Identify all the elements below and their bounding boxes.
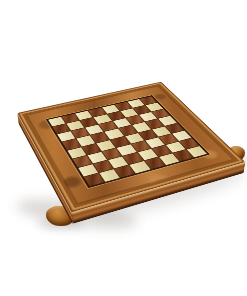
playing-field (46, 95, 210, 188)
square-c4 (97, 140, 116, 151)
square-d4 (111, 136, 130, 147)
square-h1 (187, 146, 207, 157)
square-b5 (77, 136, 95, 147)
photo-scene (0, 0, 247, 296)
board-3d-slab (17, 82, 245, 213)
square-a1 (84, 173, 104, 186)
square-e1 (144, 157, 164, 169)
board-frame (17, 82, 245, 213)
square-a2 (78, 164, 98, 176)
square-f3 (145, 137, 164, 148)
square-b3 (88, 152, 107, 164)
square-f2 (152, 145, 172, 156)
square-h2 (179, 138, 199, 149)
square-d2 (123, 153, 143, 165)
square-e3 (131, 141, 150, 152)
square-b2 (93, 160, 113, 172)
chess-board (0, 0, 247, 296)
square-d3 (117, 144, 136, 155)
square-c3 (102, 148, 121, 159)
square-b4 (82, 143, 101, 154)
square-c1 (115, 165, 135, 177)
square-f1 (159, 153, 179, 165)
square-g2 (166, 142, 186, 153)
square-a5 (62, 139, 80, 150)
square-h3 (172, 130, 191, 140)
square-a4 (67, 147, 86, 158)
square-d1 (130, 161, 150, 173)
square-g1 (173, 150, 193, 162)
square-e2 (138, 149, 158, 160)
square-a3 (73, 155, 92, 167)
square-c2 (108, 156, 128, 168)
square-b1 (100, 169, 120, 182)
